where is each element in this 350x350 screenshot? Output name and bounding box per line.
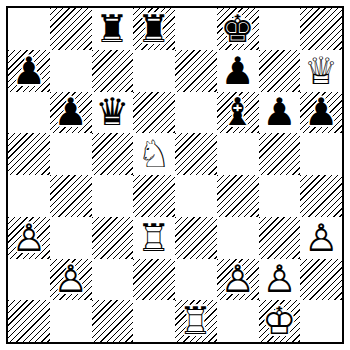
square-f7[interactable]: ♟ bbox=[217, 50, 259, 92]
black-pawn[interactable]: ♟ bbox=[300, 92, 342, 134]
square-h4[interactable] bbox=[300, 175, 342, 217]
square-h3[interactable]: ♟♙ bbox=[300, 217, 342, 259]
board-frame: ♜♜♚♟♟♛♕♟♛♝♟♟♞♘♟♙♜♖♟♙♟♙♟♙♟♙♜♖♚♔ bbox=[6, 6, 344, 344]
square-d5[interactable]: ♞♘ bbox=[133, 133, 175, 175]
white-pawn[interactable]: ♙ bbox=[8, 217, 50, 259]
square-c3[interactable] bbox=[92, 217, 134, 259]
black-rook[interactable]: ♜ bbox=[92, 8, 134, 50]
black-bishop[interactable]: ♝ bbox=[217, 92, 259, 134]
square-e1[interactable]: ♜♖ bbox=[175, 300, 217, 342]
square-d4[interactable] bbox=[133, 175, 175, 217]
square-g8[interactable] bbox=[259, 8, 301, 50]
black-queen[interactable]: ♛ bbox=[92, 92, 134, 134]
white-king[interactable]: ♔ bbox=[259, 300, 301, 342]
square-f2[interactable]: ♟♙ bbox=[217, 259, 259, 301]
square-c1[interactable] bbox=[92, 300, 134, 342]
black-pawn[interactable]: ♟ bbox=[217, 50, 259, 92]
square-c7[interactable] bbox=[92, 50, 134, 92]
square-c5[interactable] bbox=[92, 133, 134, 175]
square-b5[interactable] bbox=[50, 133, 92, 175]
square-a7[interactable]: ♟ bbox=[8, 50, 50, 92]
square-d1[interactable] bbox=[133, 300, 175, 342]
square-d7[interactable] bbox=[133, 50, 175, 92]
square-c2[interactable] bbox=[92, 259, 134, 301]
square-b3[interactable] bbox=[50, 217, 92, 259]
square-h1[interactable] bbox=[300, 300, 342, 342]
square-b2[interactable]: ♟♙ bbox=[50, 259, 92, 301]
square-e2[interactable] bbox=[175, 259, 217, 301]
square-g1[interactable]: ♚♔ bbox=[259, 300, 301, 342]
square-c4[interactable] bbox=[92, 175, 134, 217]
square-b4[interactable] bbox=[50, 175, 92, 217]
square-f1[interactable] bbox=[217, 300, 259, 342]
square-a1[interactable] bbox=[8, 300, 50, 342]
square-d3[interactable]: ♜♖ bbox=[133, 217, 175, 259]
square-a3[interactable]: ♟♙ bbox=[8, 217, 50, 259]
square-g7[interactable] bbox=[259, 50, 301, 92]
square-e7[interactable] bbox=[175, 50, 217, 92]
square-d8[interactable]: ♜ bbox=[133, 8, 175, 50]
square-h7[interactable]: ♛♕ bbox=[300, 50, 342, 92]
square-c6[interactable]: ♛ bbox=[92, 92, 134, 134]
white-pawn[interactable]: ♙ bbox=[50, 259, 92, 301]
square-b8[interactable] bbox=[50, 8, 92, 50]
square-a8[interactable] bbox=[8, 8, 50, 50]
black-king[interactable]: ♚ bbox=[217, 8, 259, 50]
white-rook[interactable]: ♖ bbox=[175, 300, 217, 342]
black-pawn[interactable]: ♟ bbox=[259, 92, 301, 134]
white-pawn[interactable]: ♙ bbox=[217, 259, 259, 301]
square-b1[interactable] bbox=[50, 300, 92, 342]
square-b6[interactable]: ♟ bbox=[50, 92, 92, 134]
black-pawn[interactable]: ♟ bbox=[8, 50, 50, 92]
square-h2[interactable] bbox=[300, 259, 342, 301]
square-h5[interactable] bbox=[300, 133, 342, 175]
square-d2[interactable] bbox=[133, 259, 175, 301]
square-f8[interactable]: ♚ bbox=[217, 8, 259, 50]
white-pawn[interactable]: ♙ bbox=[259, 259, 301, 301]
square-f5[interactable] bbox=[217, 133, 259, 175]
square-b7[interactable] bbox=[50, 50, 92, 92]
chess-diagram: ♜♜♚♟♟♛♕♟♛♝♟♟♞♘♟♙♜♖♟♙♟♙♟♙♟♙♜♖♚♔ bbox=[0, 0, 350, 350]
square-e8[interactable] bbox=[175, 8, 217, 50]
chess-board: ♜♜♚♟♟♛♕♟♛♝♟♟♞♘♟♙♜♖♟♙♟♙♟♙♟♙♜♖♚♔ bbox=[8, 8, 342, 342]
square-a5[interactable] bbox=[8, 133, 50, 175]
black-rook[interactable]: ♜ bbox=[133, 8, 175, 50]
square-g6[interactable]: ♟ bbox=[259, 92, 301, 134]
white-rook[interactable]: ♖ bbox=[133, 217, 175, 259]
square-d6[interactable] bbox=[133, 92, 175, 134]
square-a2[interactable] bbox=[8, 259, 50, 301]
square-a4[interactable] bbox=[8, 175, 50, 217]
white-pawn[interactable]: ♙ bbox=[300, 217, 342, 259]
square-h8[interactable] bbox=[300, 8, 342, 50]
black-pawn[interactable]: ♟ bbox=[50, 92, 92, 134]
square-g2[interactable]: ♟♙ bbox=[259, 259, 301, 301]
square-g3[interactable] bbox=[259, 217, 301, 259]
square-f6[interactable]: ♝ bbox=[217, 92, 259, 134]
square-e5[interactable] bbox=[175, 133, 217, 175]
square-f3[interactable] bbox=[217, 217, 259, 259]
square-f4[interactable] bbox=[217, 175, 259, 217]
white-knight[interactable]: ♘ bbox=[133, 133, 175, 175]
square-e3[interactable] bbox=[175, 217, 217, 259]
square-g4[interactable] bbox=[259, 175, 301, 217]
square-h6[interactable]: ♟ bbox=[300, 92, 342, 134]
square-a6[interactable] bbox=[8, 92, 50, 134]
square-g5[interactable] bbox=[259, 133, 301, 175]
square-e6[interactable] bbox=[175, 92, 217, 134]
square-c8[interactable]: ♜ bbox=[92, 8, 134, 50]
square-e4[interactable] bbox=[175, 175, 217, 217]
white-queen[interactable]: ♕ bbox=[300, 50, 342, 92]
